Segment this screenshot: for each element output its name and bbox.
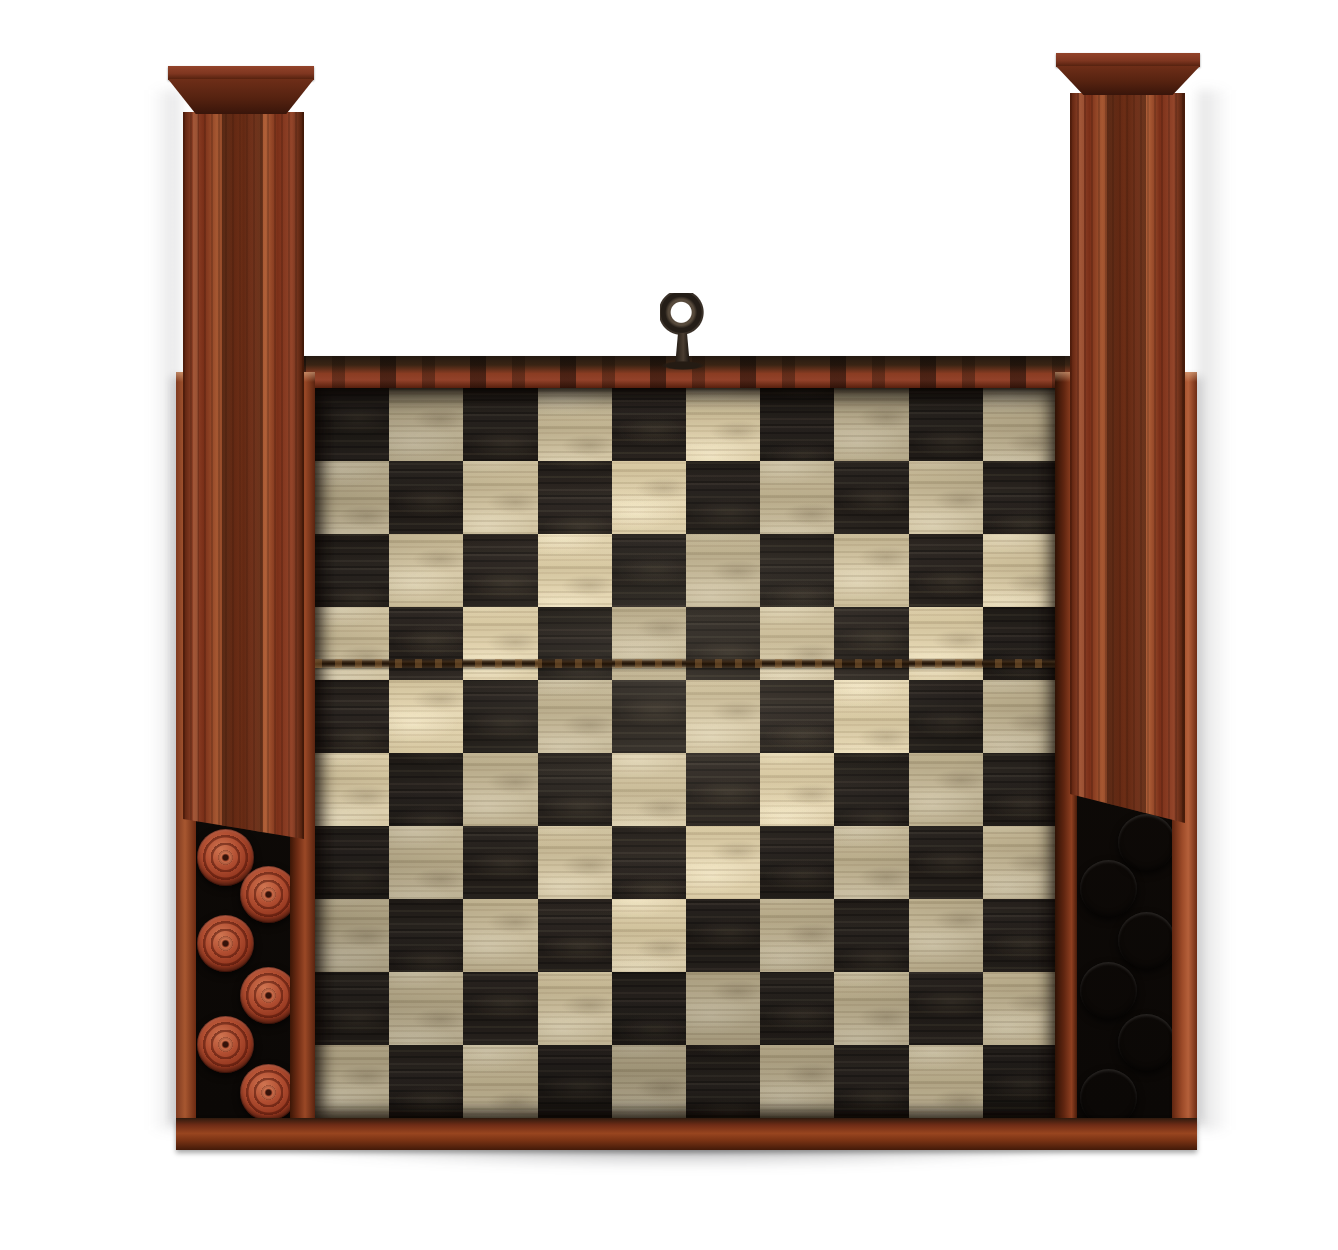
board-square[interactable] [389, 388, 463, 461]
board-square[interactable] [834, 899, 908, 972]
board-square[interactable] [538, 1045, 612, 1118]
board-square[interactable] [686, 826, 760, 899]
board-square[interactable] [983, 899, 1057, 972]
board-square[interactable] [389, 461, 463, 534]
red-checker-piece[interactable] [240, 1064, 297, 1121]
board-square[interactable] [538, 534, 612, 607]
board-square[interactable] [760, 388, 834, 461]
board-square[interactable] [463, 826, 537, 899]
board-square[interactable] [612, 899, 686, 972]
board-square[interactable] [612, 753, 686, 826]
blue-checker-piece[interactable] [1118, 1014, 1175, 1071]
right-tray-cover-pillar[interactable] [1070, 93, 1185, 823]
board-square[interactable] [538, 388, 612, 461]
board-square[interactable] [315, 534, 389, 607]
board-square[interactable] [463, 1045, 537, 1118]
blue-checker-piece[interactable] [1118, 814, 1175, 871]
board-square[interactable] [389, 753, 463, 826]
board-square[interactable] [463, 461, 537, 534]
board-square[interactable] [834, 461, 908, 534]
board-square[interactable] [538, 899, 612, 972]
board-square[interactable] [463, 534, 537, 607]
board-square[interactable] [612, 1045, 686, 1118]
board-square[interactable] [538, 461, 612, 534]
left-pillar-highlight [193, 112, 198, 839]
board-square[interactable] [686, 972, 760, 1045]
board-square[interactable] [538, 753, 612, 826]
board-square[interactable] [315, 461, 389, 534]
board-square[interactable] [686, 753, 760, 826]
board-square[interactable] [686, 388, 760, 461]
board-square[interactable] [315, 753, 389, 826]
board-square[interactable] [538, 607, 612, 680]
board-square[interactable] [315, 899, 389, 972]
hanging-ring-base [662, 361, 704, 370]
board-square[interactable] [760, 680, 834, 753]
board-square[interactable] [983, 1045, 1057, 1118]
blue-checker-piece[interactable] [1080, 1069, 1137, 1126]
board-square[interactable] [909, 607, 983, 680]
board-square[interactable] [909, 753, 983, 826]
board-square[interactable] [983, 461, 1057, 534]
right-pillar-channel [1107, 93, 1146, 823]
board-square[interactable] [834, 534, 908, 607]
red-checker-piece[interactable] [197, 1016, 254, 1073]
board-square[interactable] [463, 607, 537, 680]
board-square[interactable] [463, 972, 537, 1045]
board-square[interactable] [834, 607, 908, 680]
hanging-ring-icon [660, 293, 706, 339]
board-square[interactable] [538, 826, 612, 899]
board-square[interactable] [612, 680, 686, 753]
board-square[interactable] [834, 388, 908, 461]
board-square[interactable] [315, 680, 389, 753]
board-square[interactable] [760, 972, 834, 1045]
board-square[interactable] [612, 607, 686, 680]
board-square[interactable] [760, 826, 834, 899]
board-square[interactable] [983, 607, 1057, 680]
right-pillar-highlight [1079, 93, 1084, 823]
board-square[interactable] [389, 1045, 463, 1118]
board-square[interactable] [909, 534, 983, 607]
blue-checker-piece[interactable] [1080, 860, 1137, 917]
right-ambient-shadow [1198, 90, 1230, 1130]
board-square[interactable] [389, 607, 463, 680]
board-square[interactable] [612, 826, 686, 899]
board-square[interactable] [834, 826, 908, 899]
board-square[interactable] [315, 388, 389, 461]
board-square[interactable] [463, 753, 537, 826]
red-checker-piece[interactable] [197, 915, 254, 972]
board-square[interactable] [983, 826, 1057, 899]
board-square[interactable] [834, 753, 908, 826]
board-square[interactable] [909, 1045, 983, 1118]
board-square[interactable] [538, 680, 612, 753]
checkers-board [315, 388, 1057, 1118]
board-square[interactable] [686, 607, 760, 680]
board-square[interactable] [686, 899, 760, 972]
board-square[interactable] [612, 972, 686, 1045]
board-square[interactable] [463, 680, 537, 753]
board-square[interactable] [389, 899, 463, 972]
board-square[interactable] [315, 607, 389, 680]
board-square[interactable] [760, 607, 834, 680]
frame-bottom-rail [176, 1118, 1197, 1150]
board-square[interactable] [686, 680, 760, 753]
blue-checker-piece[interactable] [1118, 912, 1175, 969]
board-square[interactable] [983, 534, 1057, 607]
board-square[interactable] [909, 680, 983, 753]
board-square[interactable] [389, 972, 463, 1045]
right-pillar-capital [1056, 53, 1200, 95]
board-square[interactable] [612, 388, 686, 461]
board-square[interactable] [909, 899, 983, 972]
antique-checkers-board-scene [0, 0, 1338, 1250]
board-square[interactable] [315, 972, 389, 1045]
board-square[interactable] [538, 972, 612, 1045]
board-square[interactable] [760, 461, 834, 534]
board-square[interactable] [315, 1045, 389, 1118]
board-square[interactable] [463, 899, 537, 972]
board-square[interactable] [909, 388, 983, 461]
left-pillar-channel [222, 112, 263, 839]
red-checker-piece[interactable] [240, 866, 297, 923]
board-square[interactable] [612, 461, 686, 534]
board-square[interactable] [686, 461, 760, 534]
board-square[interactable] [983, 753, 1057, 826]
board-square[interactable] [909, 972, 983, 1045]
board-square[interactable] [463, 388, 537, 461]
board-square[interactable] [760, 534, 834, 607]
board-square[interactable] [389, 534, 463, 607]
board-square[interactable] [909, 826, 983, 899]
board-square[interactable] [760, 899, 834, 972]
board-square[interactable] [389, 680, 463, 753]
left-tray-cover-pillar[interactable] [183, 112, 304, 839]
board-square[interactable] [983, 680, 1057, 753]
board-square[interactable] [686, 534, 760, 607]
blue-checker-piece[interactable] [1080, 962, 1137, 1019]
left-pillar-capital [168, 66, 314, 114]
board-square[interactable] [983, 972, 1057, 1045]
board-square[interactable] [983, 388, 1057, 461]
board-square[interactable] [389, 826, 463, 899]
board-square[interactable] [760, 1045, 834, 1118]
board-square[interactable] [834, 1045, 908, 1118]
board-square[interactable] [315, 826, 389, 899]
board-square[interactable] [686, 1045, 760, 1118]
board-square[interactable] [612, 534, 686, 607]
board-square[interactable] [834, 680, 908, 753]
board-square[interactable] [909, 461, 983, 534]
board-square[interactable] [760, 753, 834, 826]
red-checker-piece[interactable] [240, 967, 297, 1024]
board-square[interactable] [834, 972, 908, 1045]
